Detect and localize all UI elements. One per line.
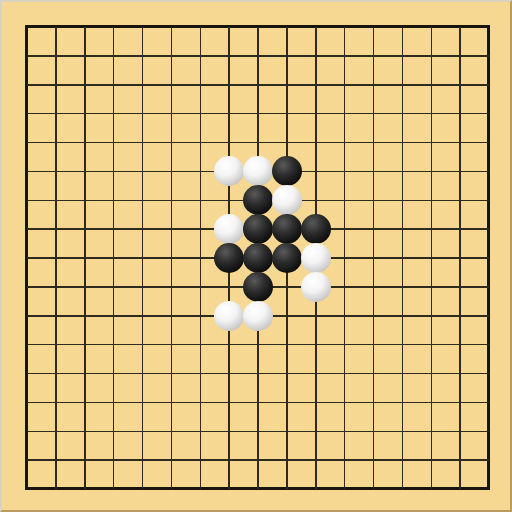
grid-horizontal-line	[27, 459, 489, 461]
stone-black	[272, 214, 302, 244]
stone-black	[243, 243, 273, 273]
grid-horizontal-line	[27, 344, 489, 346]
grid-horizontal-line	[27, 373, 489, 375]
stone-black	[243, 272, 273, 302]
grid-vertical-line	[431, 27, 433, 489]
grid-horizontal-line	[27, 402, 489, 404]
stone-black	[301, 214, 331, 244]
stone-white	[214, 301, 244, 331]
grid-vertical-line	[373, 27, 375, 489]
grid-horizontal-line	[27, 431, 489, 433]
stone-white	[272, 185, 302, 215]
grid-vertical-line	[402, 27, 404, 489]
grid-vertical-line	[344, 27, 346, 489]
gomoku-board[interactable]	[0, 0, 512, 512]
stone-white	[301, 243, 331, 273]
stone-black	[243, 214, 273, 244]
stone-white	[301, 272, 331, 302]
stone-black	[214, 243, 244, 273]
grid-vertical-line	[459, 27, 461, 489]
stone-black	[272, 243, 302, 273]
stone-white	[243, 301, 273, 331]
